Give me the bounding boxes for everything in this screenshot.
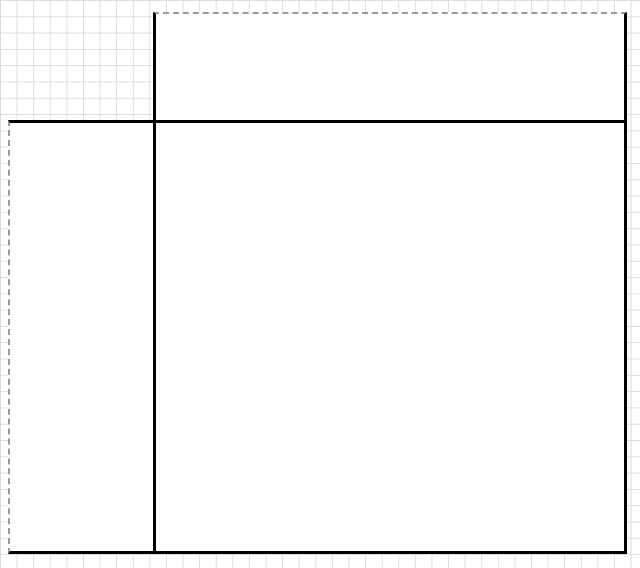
- nonogram-puzzle: [0, 0, 640, 568]
- row-clues-panel: [8, 120, 153, 554]
- column-clues-panel: [153, 12, 627, 120]
- solution-grid: [153, 120, 627, 554]
